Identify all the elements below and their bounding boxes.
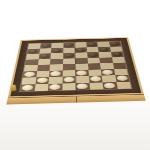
edge-fold-seam [76, 96, 77, 102]
board-square[interactable] [116, 81, 131, 88]
checker-light[interactable] [22, 85, 34, 91]
checker-dark[interactable] [112, 52, 123, 57]
brass-hinge-icon [10, 85, 16, 92]
checker-dark[interactable] [40, 54, 50, 59]
checker-light[interactable] [50, 71, 61, 76]
checker-light[interactable] [49, 84, 60, 90]
checker-light[interactable] [63, 77, 74, 83]
checkers-board [6, 37, 145, 104]
checker-light[interactable] [76, 70, 87, 75]
board-square[interactable] [76, 83, 90, 90]
board-square[interactable] [89, 82, 103, 89]
checker-dark[interactable] [88, 53, 98, 58]
board-square[interactable] [34, 84, 48, 91]
board-square[interactable] [102, 82, 117, 89]
checker-dark[interactable] [64, 53, 74, 58]
checker-light[interactable] [104, 83, 116, 89]
checker-light[interactable] [36, 78, 47, 84]
checker-light[interactable] [102, 70, 113, 75]
board-square[interactable] [20, 84, 35, 91]
board-square[interactable] [48, 83, 62, 90]
checker-light[interactable] [77, 83, 88, 89]
board-frame [8, 37, 144, 97]
checker-light[interactable] [90, 76, 101, 82]
board-square[interactable] [62, 83, 76, 90]
photo-background [0, 0, 150, 150]
checker-light[interactable] [24, 72, 35, 77]
checker-light[interactable] [116, 76, 128, 82]
